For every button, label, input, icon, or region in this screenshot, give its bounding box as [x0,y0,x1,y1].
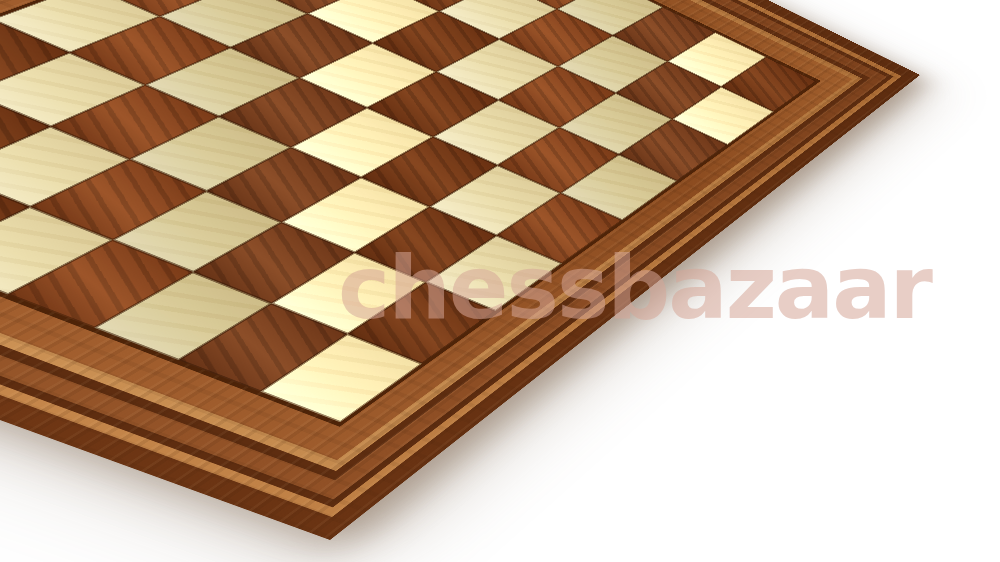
chessboard [0,0,920,540]
product-photo: chessbazaar [0,0,1000,562]
